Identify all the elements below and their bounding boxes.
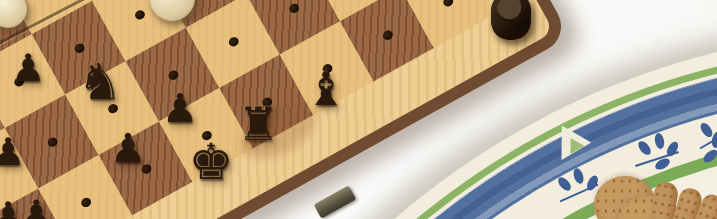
black-king[interactable]: ♚ xyxy=(189,137,234,187)
black-knight[interactable]: ♞ xyxy=(78,57,123,107)
black-rook[interactable] xyxy=(491,0,531,40)
black-pawn[interactable]: ♟ xyxy=(110,128,146,168)
black-bishop[interactable]: ♝ xyxy=(305,66,346,112)
photo-scene: ♟♞♟♜♝♟♚♟♟♟ xyxy=(0,0,717,219)
black-pawn[interactable]: ♟ xyxy=(0,133,25,171)
black-rook[interactable]: ♜ xyxy=(237,101,278,147)
board-clasp xyxy=(314,185,357,218)
black-pawn[interactable]: ♟ xyxy=(162,88,198,128)
black-pawn[interactable]: ♟ xyxy=(11,49,45,87)
black-pawn[interactable]: ♟ xyxy=(19,195,53,219)
